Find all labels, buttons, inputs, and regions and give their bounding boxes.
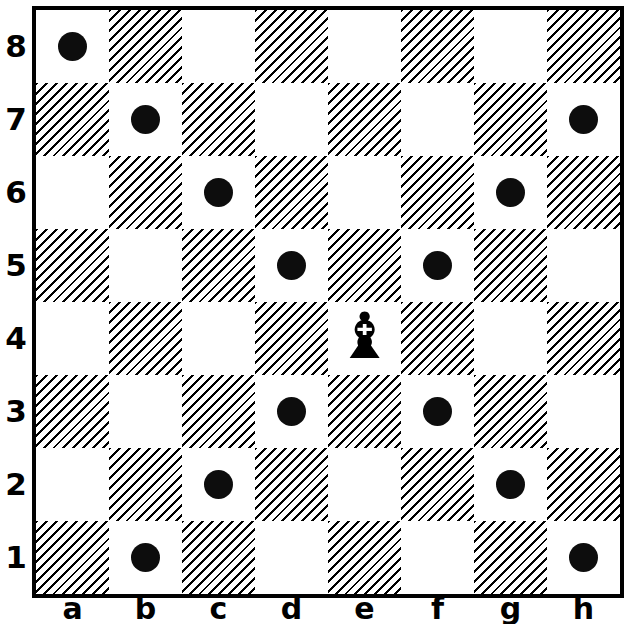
square-a6[interactable] xyxy=(36,156,109,229)
square-c8[interactable] xyxy=(182,10,255,83)
square-f4[interactable] xyxy=(401,302,474,375)
file-label-h: h xyxy=(547,594,620,624)
square-d2[interactable] xyxy=(255,448,328,521)
square-f6[interactable] xyxy=(401,156,474,229)
square-a2[interactable] xyxy=(36,448,109,521)
square-h4[interactable] xyxy=(547,302,620,375)
square-c4[interactable] xyxy=(182,302,255,375)
square-a4[interactable] xyxy=(36,302,109,375)
rank-label-3: 3 xyxy=(0,375,32,448)
rank-label-2: 2 xyxy=(0,448,32,521)
square-a1[interactable] xyxy=(36,521,109,594)
move-marker-a8 xyxy=(58,32,87,61)
file-label-f: f xyxy=(401,594,474,624)
square-d6[interactable] xyxy=(255,156,328,229)
move-marker-b1 xyxy=(131,543,160,572)
rank-label-8: 8 xyxy=(0,10,32,83)
square-c6[interactable] xyxy=(182,156,255,229)
square-a7[interactable] xyxy=(36,83,109,156)
move-marker-b7 xyxy=(131,105,160,134)
square-e3[interactable] xyxy=(328,375,401,448)
rank-label-1: 1 xyxy=(0,521,32,594)
square-g5[interactable] xyxy=(474,229,547,302)
square-g8[interactable] xyxy=(474,10,547,83)
file-label-e: e xyxy=(328,594,401,624)
square-a8[interactable] xyxy=(36,10,109,83)
square-d8[interactable] xyxy=(255,10,328,83)
square-h1[interactable] xyxy=(547,521,620,594)
move-marker-d3 xyxy=(277,397,306,426)
move-marker-g2 xyxy=(496,470,525,499)
square-h2[interactable] xyxy=(547,448,620,521)
square-g2[interactable] xyxy=(474,448,547,521)
square-f8[interactable] xyxy=(401,10,474,83)
black-bishop[interactable]: ♝ xyxy=(336,300,393,373)
square-h6[interactable] xyxy=(547,156,620,229)
square-b1[interactable] xyxy=(109,521,182,594)
move-marker-h1 xyxy=(569,543,598,572)
square-a3[interactable] xyxy=(36,375,109,448)
square-f5[interactable] xyxy=(401,229,474,302)
square-g3[interactable] xyxy=(474,375,547,448)
square-d5[interactable] xyxy=(255,229,328,302)
chess-diagram: 87654321 ♝ abcdefgh xyxy=(0,0,624,624)
move-marker-c2 xyxy=(204,470,233,499)
file-label-a: a xyxy=(36,594,109,624)
file-label-c: c xyxy=(182,594,255,624)
square-a5[interactable] xyxy=(36,229,109,302)
square-g7[interactable] xyxy=(474,83,547,156)
square-e5[interactable] xyxy=(328,229,401,302)
square-b5[interactable] xyxy=(109,229,182,302)
square-b3[interactable] xyxy=(109,375,182,448)
square-h5[interactable] xyxy=(547,229,620,302)
file-label-d: d xyxy=(255,594,328,624)
square-b7[interactable] xyxy=(109,83,182,156)
move-marker-c6 xyxy=(204,178,233,207)
move-marker-g6 xyxy=(496,178,525,207)
square-h7[interactable] xyxy=(547,83,620,156)
rank-label-7: 7 xyxy=(0,83,32,156)
square-d4[interactable] xyxy=(255,302,328,375)
square-h3[interactable] xyxy=(547,375,620,448)
square-f3[interactable] xyxy=(401,375,474,448)
square-g4[interactable] xyxy=(474,302,547,375)
move-marker-h7 xyxy=(569,105,598,134)
board-frame: ♝ xyxy=(32,6,624,598)
square-e2[interactable] xyxy=(328,448,401,521)
move-marker-f3 xyxy=(423,397,452,426)
square-d3[interactable] xyxy=(255,375,328,448)
rank-label-5: 5 xyxy=(0,229,32,302)
square-e1[interactable] xyxy=(328,521,401,594)
square-f2[interactable] xyxy=(401,448,474,521)
square-c1[interactable] xyxy=(182,521,255,594)
square-f1[interactable] xyxy=(401,521,474,594)
square-c3[interactable] xyxy=(182,375,255,448)
file-label-g: g xyxy=(474,594,547,624)
square-e6[interactable] xyxy=(328,156,401,229)
square-e8[interactable] xyxy=(328,10,401,83)
square-g1[interactable] xyxy=(474,521,547,594)
rank-label-4: 4 xyxy=(0,302,32,375)
square-d7[interactable] xyxy=(255,83,328,156)
rank-label-6: 6 xyxy=(0,156,32,229)
square-c7[interactable] xyxy=(182,83,255,156)
square-b6[interactable] xyxy=(109,156,182,229)
square-b4[interactable] xyxy=(109,302,182,375)
square-d1[interactable] xyxy=(255,521,328,594)
square-c5[interactable] xyxy=(182,229,255,302)
square-h8[interactable] xyxy=(547,10,620,83)
chessboard: ♝ xyxy=(36,10,620,594)
square-g6[interactable] xyxy=(474,156,547,229)
square-b2[interactable] xyxy=(109,448,182,521)
move-marker-d5 xyxy=(277,251,306,280)
file-label-b: b xyxy=(109,594,182,624)
square-e7[interactable] xyxy=(328,83,401,156)
square-e4[interactable]: ♝ xyxy=(328,302,401,375)
square-c2[interactable] xyxy=(182,448,255,521)
square-b8[interactable] xyxy=(109,10,182,83)
rank-labels: 87654321 xyxy=(0,10,32,594)
move-marker-f5 xyxy=(423,251,452,280)
file-labels: abcdefgh xyxy=(36,594,620,624)
square-f7[interactable] xyxy=(401,83,474,156)
